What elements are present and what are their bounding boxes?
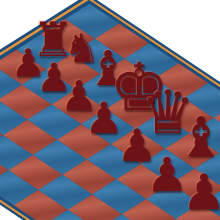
piece-pawn-icon[interactable]: ♟ [182, 168, 220, 217]
chess-set-photo: ♜♟♞♟♝♟♚♟♛♟♝♟♟ [0, 0, 220, 220]
